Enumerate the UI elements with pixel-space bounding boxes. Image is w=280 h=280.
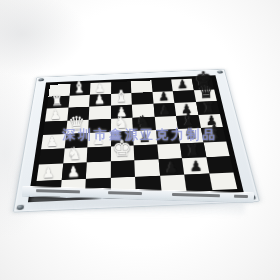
piece-black-pawn: ♟ xyxy=(159,103,171,116)
piece-black-pawn: ♟ xyxy=(189,159,202,174)
square-c6[interactable] xyxy=(89,106,111,120)
piece-white-pawn: ♟ xyxy=(46,135,59,149)
square-a7[interactable]: ♜ xyxy=(47,95,69,108)
square-a8[interactable] xyxy=(49,84,71,96)
square-a2[interactable]: ♟ xyxy=(37,163,63,180)
piece-white-pawn: ♟ xyxy=(42,165,55,180)
corner-screw-icon xyxy=(16,205,24,210)
square-g7[interactable] xyxy=(173,90,196,103)
piece-white-bishop: ♝ xyxy=(72,79,87,95)
corner-screw-icon xyxy=(38,78,44,81)
piece-black-king: ♚ xyxy=(194,69,212,89)
product-photo: ♝♟♟♚♜♟♝♟♛♟♟♟♟♜♛♞♞♝♟♟♟♟♞♝♞♚♜♟♟♟♟ 深圳市鑫源亚克力… xyxy=(0,0,280,280)
piece-black-pawn: ♟ xyxy=(177,78,188,90)
square-e3[interactable] xyxy=(134,144,159,160)
piece-black-rook: ♜ xyxy=(202,100,215,114)
square-c8[interactable]: ♟ xyxy=(90,82,111,94)
watermark-text: 深圳市鑫源亚克力制品 xyxy=(63,126,218,144)
square-b7[interactable] xyxy=(68,95,90,108)
square-g8[interactable]: ♟ xyxy=(171,79,193,91)
square-b3[interactable]: ♞ xyxy=(63,147,88,163)
square-f6[interactable]: ♟ xyxy=(153,103,176,117)
square-f3[interactable] xyxy=(157,143,182,159)
piece-white-rook: ♜ xyxy=(51,94,63,108)
square-d7[interactable]: ♝ xyxy=(111,93,132,106)
piece-white-pawn: ♟ xyxy=(67,164,80,179)
square-c2[interactable] xyxy=(86,161,111,178)
square-e7[interactable] xyxy=(131,92,153,105)
square-d8[interactable] xyxy=(111,81,132,93)
corner-screw-icon xyxy=(217,70,223,73)
square-a6[interactable]: ♟ xyxy=(45,108,68,122)
square-b8[interactable]: ♝ xyxy=(69,83,90,95)
square-a3[interactable] xyxy=(39,148,64,164)
square-e8[interactable] xyxy=(131,80,152,92)
square-c7[interactable]: ♟ xyxy=(89,94,110,107)
piece-black-pawn: ♟ xyxy=(165,160,178,175)
square-g1[interactable] xyxy=(184,173,212,191)
square-e2[interactable] xyxy=(134,159,159,176)
square-c3[interactable] xyxy=(87,146,111,162)
square-h7[interactable]: ♛ xyxy=(193,89,216,102)
square-h1[interactable] xyxy=(209,172,238,190)
square-f7[interactable]: ♟ xyxy=(152,91,174,104)
piece-black-rook: ♜ xyxy=(186,142,200,157)
square-g6[interactable]: ♟ xyxy=(174,102,198,116)
edge-reflection-dash xyxy=(172,193,220,197)
piece-white-knight: ♞ xyxy=(66,145,82,163)
piece-white-pawn: ♟ xyxy=(94,81,105,93)
square-h6[interactable]: ♜ xyxy=(196,101,220,115)
square-h8[interactable]: ♚ xyxy=(191,78,214,90)
piece-white-pawn: ♟ xyxy=(94,93,106,106)
square-b2[interactable]: ♟ xyxy=(61,162,86,179)
square-f2[interactable]: ♟ xyxy=(158,158,184,175)
square-f8[interactable] xyxy=(151,80,173,92)
square-g2[interactable]: ♟ xyxy=(182,157,209,174)
square-d3[interactable]: ♚ xyxy=(110,145,134,161)
piece-black-pawn: ♟ xyxy=(181,102,193,115)
square-e6[interactable] xyxy=(132,104,154,118)
edge-reflection-dash xyxy=(234,195,248,198)
piece-black-pawn: ♟ xyxy=(158,90,170,103)
edge-reflection-dash xyxy=(36,189,80,193)
piece-white-pawn: ♟ xyxy=(115,105,127,118)
square-g3[interactable]: ♜ xyxy=(180,142,206,158)
square-d2[interactable] xyxy=(110,160,135,177)
square-h2[interactable] xyxy=(206,156,234,173)
piece-white-pawn: ♟ xyxy=(50,107,62,120)
square-d6[interactable]: ♟ xyxy=(111,105,133,119)
square-b6[interactable] xyxy=(67,107,89,121)
edge-reflection-dash xyxy=(108,191,142,195)
